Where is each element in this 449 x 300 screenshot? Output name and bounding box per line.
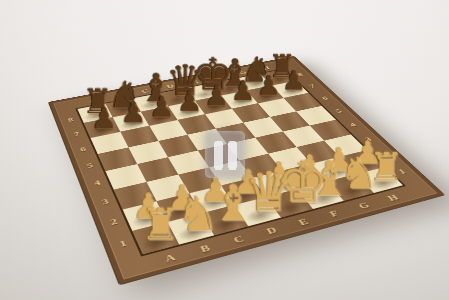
- white-rook[interactable]: ♜: [140, 204, 178, 246]
- black-pawn[interactable]: ♟: [89, 105, 119, 133]
- white-knight[interactable]: ♞: [176, 191, 213, 237]
- black-pawn[interactable]: ♟: [175, 88, 204, 115]
- black-pawn[interactable]: ♟: [118, 99, 148, 126]
- black-pawn[interactable]: ♟: [229, 78, 257, 104]
- photo-background: ABCDEFGH ABCDEFGH 87654321 87654321 ♜♞♝♛…: [0, 0, 449, 300]
- black-pawn[interactable]: ♟: [147, 94, 176, 121]
- coordinate-label: B: [183, 237, 225, 259]
- black-pawn[interactable]: ♟: [202, 83, 231, 109]
- black-pawn[interactable]: ♟: [280, 68, 308, 93]
- watermark-logo: [205, 131, 245, 178]
- watermark-piece-shape: [228, 141, 237, 168]
- chess-board: ABCDEFGH ABCDEFGH 87654321 87654321 ♜♞♝♛…: [49, 56, 444, 284]
- watermark-piece-shape: [214, 141, 223, 168]
- black-pawn[interactable]: ♟: [255, 73, 283, 99]
